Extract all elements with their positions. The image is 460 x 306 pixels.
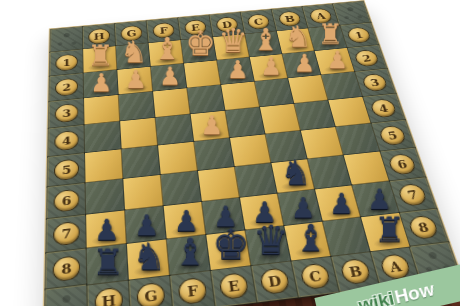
border-cell: G <box>129 275 174 306</box>
black-rook: ♜ <box>92 244 124 280</box>
white-queen: ♛ <box>218 24 248 57</box>
black-pawn: ♟ <box>94 215 120 244</box>
white-pawn: ♟ <box>90 70 112 95</box>
chess-board: HGFEDCBA1♜♞♝♚♛♝♞♜12♟♟♟♟♟♟♟2334♟4556♞67♟♟… <box>45 1 460 306</box>
square-e2 <box>184 60 221 88</box>
square-b4 <box>294 100 336 130</box>
coordinate-medallion: H <box>96 288 123 306</box>
square-g4 <box>120 118 158 150</box>
coordinate-medallion: 7 <box>398 184 427 206</box>
border-cell: 8 <box>45 248 87 289</box>
white-pawn: ♟ <box>125 67 147 92</box>
square-c4 <box>260 104 301 135</box>
coordinate-medallion: 6 <box>55 190 79 212</box>
border-cell: 4 <box>362 93 405 123</box>
square-g6 <box>123 175 163 210</box>
white-pawn: ♟ <box>260 54 282 78</box>
white-pawn: ♟ <box>327 48 349 72</box>
coordinate-medallion: 5 <box>55 159 78 180</box>
square-e4: ♟ <box>191 111 230 142</box>
square-f8: ♝ <box>167 235 211 275</box>
square-a8: ♜ <box>361 213 410 251</box>
square-d2: ♟ <box>217 57 255 85</box>
square-a2: ♟ <box>315 48 355 75</box>
square-f3 <box>153 88 191 118</box>
border-cell: E <box>211 265 258 306</box>
border-cell: 6 <box>47 183 86 219</box>
square-d6 <box>235 163 278 198</box>
coordinate-medallion: 2 <box>354 50 379 66</box>
black-king: ♚ <box>212 224 250 266</box>
square-e6 <box>198 167 240 202</box>
chess-photo: HGFEDCBA1♜♞♝♚♛♝♞♜12♟♟♟♟♟♟♟2334♟4556♞67♟♟… <box>0 0 460 306</box>
square-f5 <box>158 142 198 175</box>
white-pawn: ♟ <box>294 51 316 75</box>
square-d8: ♛ <box>245 226 291 265</box>
watermark-wiki-text: wiki <box>356 287 396 306</box>
white-king: ♚ <box>185 27 216 61</box>
white-rook: ♜ <box>88 41 114 70</box>
white-rook: ♜ <box>318 20 343 48</box>
square-g3 <box>119 91 156 121</box>
border-cell: 4 <box>48 125 85 157</box>
border-cell: H <box>87 280 131 306</box>
black-bishop: ♝ <box>173 233 207 270</box>
black-queen: ♛ <box>253 220 289 261</box>
square-h3 <box>84 95 120 125</box>
coordinate-medallion: E <box>220 273 249 299</box>
white-pawn: ♟ <box>227 57 249 81</box>
square-e5 <box>194 138 235 171</box>
coordinate-medallion: 4 <box>55 131 77 151</box>
square-h2: ♟ <box>84 70 119 98</box>
coordinate-medallion: 1 <box>347 27 371 43</box>
square-g5 <box>122 145 161 178</box>
square-h8: ♜ <box>87 244 129 285</box>
coordinate-medallion: D <box>260 268 289 294</box>
white-knight: ♞ <box>285 21 312 51</box>
square-d3 <box>221 82 260 111</box>
coordinate-medallion: 3 <box>56 104 78 122</box>
coordinate-medallion: C <box>301 264 331 289</box>
white-pawn: ♟ <box>200 112 223 138</box>
square-b6 <box>308 155 352 189</box>
black-rook: ♜ <box>374 212 405 246</box>
square-h5 <box>85 149 123 183</box>
square-e1: ♚ <box>181 37 217 63</box>
white-pawn: ♟ <box>159 64 181 89</box>
square-f6 <box>161 171 202 206</box>
square-a5 <box>336 123 380 155</box>
square-g2: ♟ <box>117 67 153 95</box>
coordinate-medallion: 7 <box>54 222 79 245</box>
square-d4 <box>225 107 265 138</box>
coordinate-medallion: B <box>341 259 371 284</box>
black-pawn: ♟ <box>329 189 354 217</box>
coordinate-medallion: 1 <box>56 54 77 71</box>
white-bishop: ♝ <box>252 24 279 54</box>
square-h4 <box>85 121 122 153</box>
coordinate-medallion: F <box>179 278 207 304</box>
square-h6 <box>86 179 125 215</box>
coordinate-medallion: 6 <box>388 154 416 175</box>
square-c8: ♝ <box>284 222 331 261</box>
border-cell: 5 <box>47 153 85 187</box>
border-cell: 3 <box>49 98 85 128</box>
border-cell: F <box>170 270 216 306</box>
square-f2: ♟ <box>151 64 187 92</box>
white-bishop: ♝ <box>154 33 181 63</box>
coordinate-medallion: G <box>137 283 164 306</box>
square-f4 <box>156 114 195 145</box>
coordinate-medallion: 8 <box>54 256 79 281</box>
coordinate-medallion: A <box>380 254 411 279</box>
square-d5 <box>230 134 271 167</box>
square-c6: ♞ <box>271 159 315 193</box>
black-knight: ♞ <box>132 237 166 275</box>
coordinate-medallion: 2 <box>56 78 77 95</box>
coordinate-medallion: 4 <box>370 99 396 117</box>
coordinate-medallion: 3 <box>362 74 387 91</box>
border-cell: 2 <box>49 73 84 102</box>
square-g8: ♞ <box>127 239 170 279</box>
coordinate-medallion: 8 <box>408 216 438 239</box>
border-cell <box>45 284 88 306</box>
coordinate-medallion: 5 <box>379 126 406 145</box>
black-bishop: ♝ <box>294 219 327 256</box>
border-cell: 1 <box>50 49 84 76</box>
square-e8: ♚ <box>206 230 251 270</box>
white-knight: ♞ <box>120 36 147 67</box>
watermark-how-text: How <box>392 278 436 306</box>
border-cell: 7 <box>46 215 87 253</box>
border-cell <box>50 27 83 53</box>
black-knight: ♞ <box>280 155 311 190</box>
